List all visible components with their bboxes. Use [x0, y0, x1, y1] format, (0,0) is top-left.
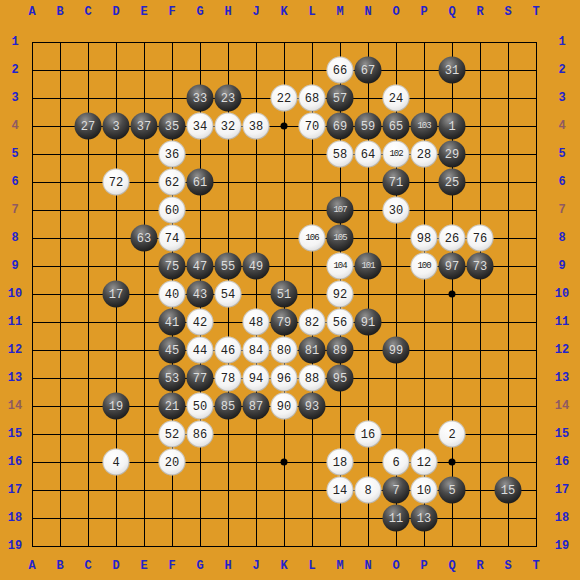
stone-white-move-58-M5: 58 [327, 141, 354, 168]
stone-white-move-76-R8: 76 [467, 225, 494, 252]
star-point-Q10 [449, 291, 456, 298]
stone-black-move-25-Q6: 25 [439, 169, 466, 196]
column-label-bottom-D: D [112, 559, 119, 573]
column-label-top-L: L [308, 5, 315, 19]
row-label-left-7: 7 [11, 203, 18, 217]
stone-black-move-15-S17: 15 [495, 477, 522, 504]
row-label-left-12: 12 [8, 343, 22, 357]
stone-white-move-8-N17: 8 [355, 477, 382, 504]
stone-black-move-93-L14: 93 [299, 393, 326, 420]
stone-white-move-52-F15: 52 [159, 421, 186, 448]
row-label-left-17: 17 [8, 483, 22, 497]
stone-white-move-60-F7: 60 [159, 197, 186, 224]
stone-black-move-59-N4: 59 [355, 113, 382, 140]
row-label-right-18: 18 [555, 511, 569, 525]
row-label-left-4: 4 [11, 119, 18, 133]
stone-black-move-41-F11: 41 [159, 309, 186, 336]
column-label-bottom-M: M [336, 559, 343, 573]
stone-black-move-103-P4: 103 [411, 113, 438, 140]
column-label-bottom-P: P [420, 559, 427, 573]
row-label-right-5: 5 [558, 147, 565, 161]
row-label-left-2: 2 [11, 63, 18, 77]
column-label-bottom-R: R [476, 559, 483, 573]
column-label-top-S: S [504, 5, 511, 19]
column-label-top-E: E [140, 5, 147, 19]
column-label-top-H: H [224, 5, 231, 19]
stone-white-move-30-O7: 30 [383, 197, 410, 224]
stone-black-move-57-M3: 57 [327, 85, 354, 112]
stone-white-move-50-G14: 50 [187, 393, 214, 420]
row-label-left-15: 15 [8, 427, 22, 441]
column-label-bottom-A: A [28, 559, 35, 573]
stone-black-move-11-O18: 11 [383, 505, 410, 532]
stone-white-move-96-K13: 96 [271, 365, 298, 392]
column-label-top-J: J [252, 5, 259, 19]
row-label-right-17: 17 [555, 483, 569, 497]
stone-black-move-47-G9: 47 [187, 253, 214, 280]
stone-white-move-6-O16: 6 [383, 449, 410, 476]
stone-black-move-53-F13: 53 [159, 365, 186, 392]
stone-black-move-29-Q5: 29 [439, 141, 466, 168]
stone-black-move-77-G13: 77 [187, 365, 214, 392]
stone-black-move-7-O17: 7 [383, 477, 410, 504]
stone-black-move-79-K11: 79 [271, 309, 298, 336]
stone-black-move-23-H3: 23 [215, 85, 242, 112]
column-label-bottom-O: O [392, 559, 399, 573]
column-label-bottom-H: H [224, 559, 231, 573]
column-label-top-G: G [196, 5, 203, 19]
row-label-right-4: 4 [558, 119, 565, 133]
stone-black-move-81-L12: 81 [299, 337, 326, 364]
column-label-top-M: M [336, 5, 343, 19]
column-label-bottom-T: T [532, 559, 539, 573]
column-label-bottom-L: L [308, 559, 315, 573]
row-label-left-16: 16 [8, 455, 22, 469]
stone-black-move-51-K10: 51 [271, 281, 298, 308]
column-label-top-A: A [28, 5, 35, 19]
stone-white-move-106-L8: 106 [299, 225, 326, 252]
stone-white-move-68-L3: 68 [299, 85, 326, 112]
stone-black-move-49-J9: 49 [243, 253, 270, 280]
stone-white-move-14-M17: 14 [327, 477, 354, 504]
stone-white-move-10-P17: 10 [411, 477, 438, 504]
stone-white-move-12-P16: 12 [411, 449, 438, 476]
column-label-top-R: R [476, 5, 483, 19]
stone-black-move-101-N9: 101 [355, 253, 382, 280]
stone-white-move-70-L4: 70 [299, 113, 326, 140]
row-label-left-3: 3 [11, 91, 18, 105]
stone-white-move-36-F5: 36 [159, 141, 186, 168]
stone-black-move-35-F4: 35 [159, 113, 186, 140]
row-label-left-5: 5 [11, 147, 18, 161]
row-label-right-14: 14 [555, 399, 569, 413]
column-label-bottom-J: J [252, 559, 259, 573]
column-label-bottom-K: K [280, 559, 287, 573]
star-point-K4 [281, 123, 288, 130]
stone-black-move-89-M12: 89 [327, 337, 354, 364]
stone-white-move-100-P9: 100 [411, 253, 438, 280]
stone-black-move-71-O6: 71 [383, 169, 410, 196]
stone-white-move-98-P8: 98 [411, 225, 438, 252]
row-label-right-15: 15 [555, 427, 569, 441]
row-label-right-6: 6 [558, 175, 565, 189]
stone-black-move-45-F12: 45 [159, 337, 186, 364]
stone-black-move-37-E4: 37 [131, 113, 158, 140]
stone-white-move-28-P5: 28 [411, 141, 438, 168]
row-label-right-8: 8 [558, 231, 565, 245]
stone-white-move-4-D16: 4 [103, 449, 130, 476]
stone-white-move-16-N15: 16 [355, 421, 382, 448]
row-label-left-19: 19 [8, 539, 22, 553]
stone-black-move-55-H9: 55 [215, 253, 242, 280]
row-label-left-18: 18 [8, 511, 22, 525]
stone-white-move-92-M10: 92 [327, 281, 354, 308]
stone-black-move-107-M7: 107 [327, 197, 354, 224]
stone-black-move-87-J14: 87 [243, 393, 270, 420]
row-label-right-3: 3 [558, 91, 565, 105]
column-label-bottom-F: F [168, 559, 175, 573]
row-label-left-8: 8 [11, 231, 18, 245]
row-label-left-9: 9 [11, 259, 18, 273]
row-label-left-1: 1 [11, 35, 18, 49]
stone-white-move-94-J13: 94 [243, 365, 270, 392]
stone-white-move-84-J12: 84 [243, 337, 270, 364]
stone-black-move-13-P18: 13 [411, 505, 438, 532]
column-label-top-O: O [392, 5, 399, 19]
row-label-right-12: 12 [555, 343, 569, 357]
stone-white-move-22-K3: 22 [271, 85, 298, 112]
stone-black-move-67-N2: 67 [355, 57, 382, 84]
stone-black-move-105-M8: 105 [327, 225, 354, 252]
stone-black-move-69-M4: 69 [327, 113, 354, 140]
stone-white-move-90-K14: 90 [271, 393, 298, 420]
stone-white-move-86-G15: 86 [187, 421, 214, 448]
stone-white-move-34-G4: 34 [187, 113, 214, 140]
stone-black-move-91-N11: 91 [355, 309, 382, 336]
stone-black-move-63-E8: 63 [131, 225, 158, 252]
stone-black-move-5-Q17: 5 [439, 477, 466, 504]
stone-black-move-43-G10: 43 [187, 281, 214, 308]
column-label-top-F: F [168, 5, 175, 19]
stone-white-move-38-J4: 38 [243, 113, 270, 140]
stone-white-move-104-M9: 104 [327, 253, 354, 280]
column-label-top-N: N [364, 5, 371, 19]
row-label-left-10: 10 [8, 287, 22, 301]
column-label-bottom-B: B [56, 559, 63, 573]
stone-black-move-21-F14: 21 [159, 393, 186, 420]
row-label-left-13: 13 [8, 371, 22, 385]
column-label-top-Q: Q [448, 5, 455, 19]
column-label-top-P: P [420, 5, 427, 19]
stone-white-move-42-G11: 42 [187, 309, 214, 336]
row-label-right-19: 19 [555, 539, 569, 553]
stone-black-move-27-C4: 27 [75, 113, 102, 140]
stone-black-move-33-G3: 33 [187, 85, 214, 112]
stone-white-move-26-Q8: 26 [439, 225, 466, 252]
stone-white-move-64-N5: 64 [355, 141, 382, 168]
stone-white-move-20-F16: 20 [159, 449, 186, 476]
row-label-right-9: 9 [558, 259, 565, 273]
row-label-left-14: 14 [8, 399, 22, 413]
column-label-bottom-N: N [364, 559, 371, 573]
row-label-right-1: 1 [558, 35, 565, 49]
stone-white-move-18-M16: 18 [327, 449, 354, 476]
stone-white-move-32-H4: 32 [215, 113, 242, 140]
stone-white-move-2-Q15: 2 [439, 421, 466, 448]
column-label-bottom-E: E [140, 559, 147, 573]
stone-white-move-88-L13: 88 [299, 365, 326, 392]
column-label-top-K: K [280, 5, 287, 19]
stone-black-move-17-D10: 17 [103, 281, 130, 308]
stone-black-move-3-D4: 3 [103, 113, 130, 140]
row-label-left-6: 6 [11, 175, 18, 189]
stone-black-move-61-G6: 61 [187, 169, 214, 196]
row-label-right-2: 2 [558, 63, 565, 77]
row-label-left-11: 11 [8, 315, 22, 329]
stone-white-move-82-L11: 82 [299, 309, 326, 336]
star-point-K16 [281, 459, 288, 466]
stone-black-move-65-O4: 65 [383, 113, 410, 140]
column-label-bottom-C: C [84, 559, 91, 573]
column-label-bottom-Q: Q [448, 559, 455, 573]
row-label-right-16: 16 [555, 455, 569, 469]
row-label-right-7: 7 [558, 203, 565, 217]
stone-black-move-97-Q9: 97 [439, 253, 466, 280]
stone-white-move-56-M11: 56 [327, 309, 354, 336]
stone-white-move-74-F8: 74 [159, 225, 186, 252]
row-label-right-13: 13 [555, 371, 569, 385]
stone-black-move-73-R9: 73 [467, 253, 494, 280]
stone-black-move-75-F9: 75 [159, 253, 186, 280]
stone-white-move-44-G12: 44 [187, 337, 214, 364]
column-label-bottom-S: S [504, 559, 511, 573]
row-label-right-11: 11 [555, 315, 569, 329]
stone-white-move-46-H12: 46 [215, 337, 242, 364]
stone-white-move-80-K12: 80 [271, 337, 298, 364]
star-point-Q16 [449, 459, 456, 466]
stone-white-move-66-M2: 66 [327, 57, 354, 84]
stone-white-move-40-F10: 40 [159, 281, 186, 308]
stone-white-move-48-J11: 48 [243, 309, 270, 336]
stone-white-move-102-O5: 102 [383, 141, 410, 168]
stone-black-move-31-Q2: 31 [439, 57, 466, 84]
stone-white-move-78-H13: 78 [215, 365, 242, 392]
column-label-top-T: T [532, 5, 539, 19]
row-label-right-10: 10 [555, 287, 569, 301]
stone-black-move-99-O12: 99 [383, 337, 410, 364]
stone-black-move-85-H14: 85 [215, 393, 242, 420]
stone-black-move-1-Q4: 1 [439, 113, 466, 140]
stone-white-move-62-F6: 62 [159, 169, 186, 196]
stone-white-move-54-H10: 54 [215, 281, 242, 308]
column-label-bottom-G: G [196, 559, 203, 573]
stone-black-move-95-M13: 95 [327, 365, 354, 392]
stone-white-move-72-D6: 72 [103, 169, 130, 196]
stone-white-move-24-O3: 24 [383, 85, 410, 112]
column-label-top-B: B [56, 5, 63, 19]
stone-black-move-19-D14: 19 [103, 393, 130, 420]
column-label-top-C: C [84, 5, 91, 19]
go-kifu-diagram: ABCDEFGHJKLMNOPQRST ABCDEFGHJKLMNOPQRST … [0, 0, 580, 580]
column-label-top-D: D [112, 5, 119, 19]
